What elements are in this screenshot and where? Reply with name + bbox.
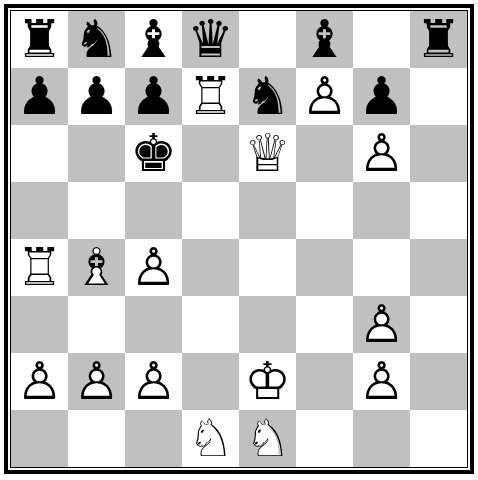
square-e7[interactable]: ♞	[239, 68, 296, 125]
square-g3[interactable]: ♟♙	[353, 296, 410, 353]
piece-black-queen: ♛	[187, 11, 234, 68]
square-a5[interactable]	[11, 182, 68, 239]
piece-black-bishop: ♝	[301, 11, 348, 68]
piece-white-pawn: ♟♙	[358, 296, 405, 353]
square-c5[interactable]	[125, 182, 182, 239]
square-a3[interactable]	[11, 296, 68, 353]
piece-black-bishop: ♝	[130, 11, 177, 68]
piece-white-queen: ♛♕	[244, 125, 291, 182]
square-h8[interactable]: ♜	[410, 11, 467, 68]
piece-white-pawn: ♟♙	[358, 353, 405, 410]
square-e1[interactable]: ♞♘	[239, 410, 296, 467]
square-a8[interactable]: ♜	[11, 11, 68, 68]
square-h3[interactable]	[410, 296, 467, 353]
piece-black-rook: ♜	[415, 11, 462, 68]
square-d1[interactable]: ♞♘	[182, 410, 239, 467]
square-d7[interactable]: ♜♖	[182, 68, 239, 125]
square-c4[interactable]: ♟♙	[125, 239, 182, 296]
square-g7[interactable]: ♟	[353, 68, 410, 125]
square-f5[interactable]	[296, 182, 353, 239]
square-c1[interactable]	[125, 410, 182, 467]
square-g6[interactable]: ♟♙	[353, 125, 410, 182]
piece-black-knight: ♞	[73, 11, 120, 68]
square-e8[interactable]	[239, 11, 296, 68]
square-d8[interactable]: ♛	[182, 11, 239, 68]
square-b5[interactable]	[68, 182, 125, 239]
piece-white-rook: ♜♖	[16, 239, 63, 296]
square-f8[interactable]: ♝	[296, 11, 353, 68]
piece-black-knight: ♞	[244, 68, 291, 125]
square-c3[interactable]	[125, 296, 182, 353]
square-c2[interactable]: ♟♙	[125, 353, 182, 410]
square-b6[interactable]	[68, 125, 125, 182]
square-e2[interactable]: ♚♔	[239, 353, 296, 410]
square-f7[interactable]: ♟♙	[296, 68, 353, 125]
square-a7[interactable]: ♟	[11, 68, 68, 125]
square-f1[interactable]	[296, 410, 353, 467]
square-e5[interactable]	[239, 182, 296, 239]
piece-white-knight: ♞♘	[187, 410, 234, 467]
square-g4[interactable]	[353, 239, 410, 296]
square-e6[interactable]: ♛♕	[239, 125, 296, 182]
square-b1[interactable]	[68, 410, 125, 467]
square-g8[interactable]	[353, 11, 410, 68]
piece-black-king: ♚	[130, 125, 177, 182]
square-b2[interactable]: ♟♙	[68, 353, 125, 410]
piece-white-pawn: ♟♙	[301, 68, 348, 125]
square-h7[interactable]	[410, 68, 467, 125]
square-h5[interactable]	[410, 182, 467, 239]
piece-black-rook: ♜	[16, 11, 63, 68]
piece-white-rook: ♜♖	[187, 68, 234, 125]
square-c7[interactable]: ♟	[125, 68, 182, 125]
piece-white-bishop: ♝♗	[73, 239, 120, 296]
piece-black-pawn: ♟	[358, 68, 405, 125]
square-d5[interactable]	[182, 182, 239, 239]
square-d4[interactable]	[182, 239, 239, 296]
chess-board: ♜♞♝♛♝♜♟♟♟♜♖♞♟♙♟♚♛♕♟♙♜♖♝♗♟♙♟♙♟♙♟♙♟♙♚♔♟♙♞♘…	[10, 10, 468, 468]
square-g5[interactable]	[353, 182, 410, 239]
square-e4[interactable]	[239, 239, 296, 296]
square-d3[interactable]	[182, 296, 239, 353]
piece-white-king: ♚♔	[244, 353, 291, 410]
piece-white-pawn: ♟♙	[73, 353, 120, 410]
square-g2[interactable]: ♟♙	[353, 353, 410, 410]
piece-black-pawn: ♟	[16, 68, 63, 125]
square-a4[interactable]: ♜♖	[11, 239, 68, 296]
square-a6[interactable]	[11, 125, 68, 182]
square-b8[interactable]: ♞	[68, 11, 125, 68]
square-h4[interactable]	[410, 239, 467, 296]
square-h2[interactable]	[410, 353, 467, 410]
piece-black-pawn: ♟	[73, 68, 120, 125]
square-a2[interactable]: ♟♙	[11, 353, 68, 410]
square-d2[interactable]	[182, 353, 239, 410]
square-h6[interactable]	[410, 125, 467, 182]
board-frame: ♜♞♝♛♝♜♟♟♟♜♖♞♟♙♟♚♛♕♟♙♜♖♝♗♟♙♟♙♟♙♟♙♟♙♚♔♟♙♞♘…	[4, 4, 474, 474]
square-c6[interactable]: ♚	[125, 125, 182, 182]
square-d6[interactable]	[182, 125, 239, 182]
square-e3[interactable]	[239, 296, 296, 353]
square-f3[interactable]	[296, 296, 353, 353]
piece-white-pawn: ♟♙	[130, 239, 177, 296]
square-a1[interactable]	[11, 410, 68, 467]
piece-white-knight: ♞♘	[244, 410, 291, 467]
piece-black-pawn: ♟	[130, 68, 177, 125]
square-f2[interactable]	[296, 353, 353, 410]
square-c8[interactable]: ♝	[125, 11, 182, 68]
square-f4[interactable]	[296, 239, 353, 296]
piece-white-pawn: ♟♙	[16, 353, 63, 410]
square-h1[interactable]	[410, 410, 467, 467]
square-b4[interactable]: ♝♗	[68, 239, 125, 296]
square-b7[interactable]: ♟	[68, 68, 125, 125]
square-b3[interactable]	[68, 296, 125, 353]
square-g1[interactable]	[353, 410, 410, 467]
piece-white-pawn: ♟♙	[130, 353, 177, 410]
square-f6[interactable]	[296, 125, 353, 182]
piece-white-pawn: ♟♙	[358, 125, 405, 182]
